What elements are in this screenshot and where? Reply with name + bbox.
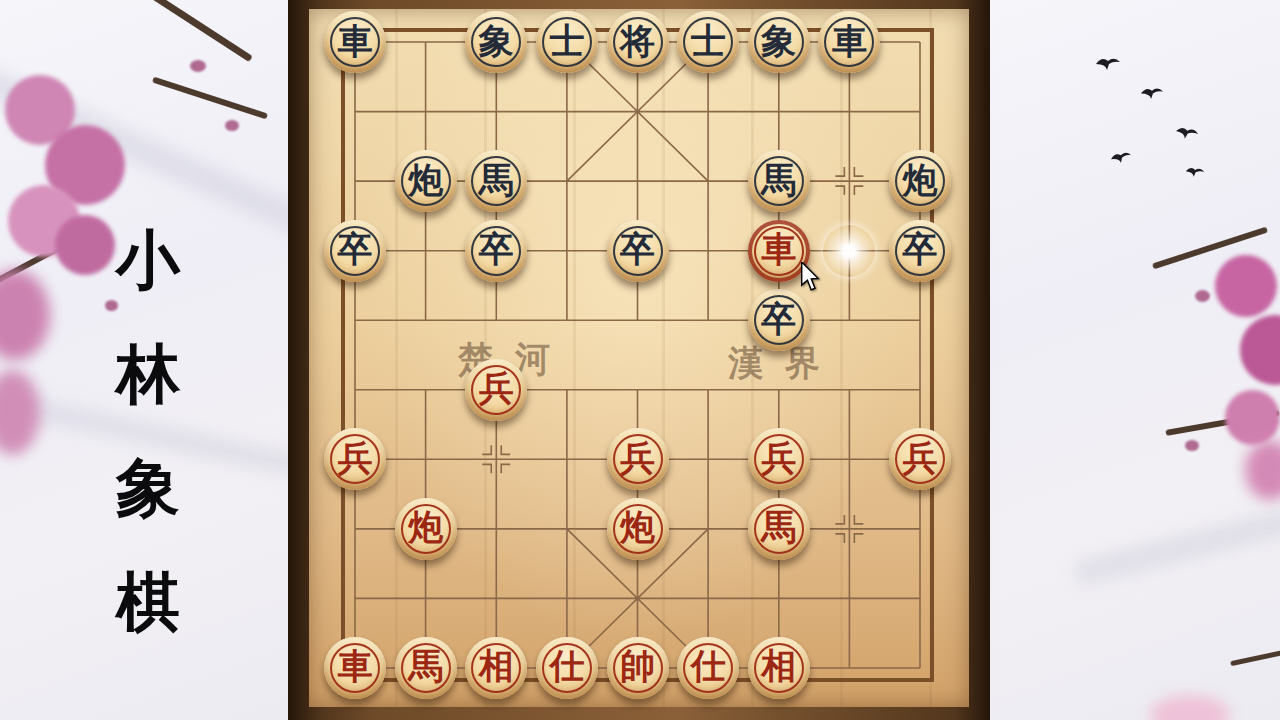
piece-glyph: 馬	[761, 504, 796, 551]
piece-red-soldier[interactable]: 兵	[748, 428, 810, 490]
piece-glyph: 相	[761, 643, 796, 690]
swallow-bird-icon	[1174, 123, 1201, 143]
piece-glyph: 車	[338, 18, 373, 65]
piece-red-soldier[interactable]: 兵	[465, 359, 527, 421]
piece-red-king[interactable]: 帥	[607, 637, 669, 699]
branch	[152, 77, 268, 120]
piece-glyph: 兵	[620, 435, 655, 482]
piece-glyph: 相	[479, 643, 514, 690]
piece-black-elephant[interactable]: 象	[748, 11, 810, 73]
right-decor-panel: 实 战 解 说	[990, 0, 1280, 720]
piece-black-chariot[interactable]: 車	[324, 11, 386, 73]
title-char: 棋	[116, 570, 180, 634]
piece-glyph: 車	[761, 226, 796, 273]
blossom-bud	[225, 120, 239, 131]
piece-glyph: 士	[691, 18, 726, 65]
piece-black-king[interactable]: 将	[607, 11, 669, 73]
blossom-bud	[1195, 290, 1210, 302]
piece-black-horse[interactable]: 馬	[465, 150, 527, 212]
piece-glyph: 卒	[338, 226, 373, 273]
piece-glyph: 将	[620, 18, 655, 65]
piece-glyph: 兵	[479, 365, 514, 412]
board-grid	[288, 0, 990, 720]
piece-glyph: 馬	[408, 643, 443, 690]
title-char: 小	[116, 228, 180, 292]
piece-red-cannon[interactable]: 炮	[607, 498, 669, 560]
piece-glyph: 車	[832, 18, 867, 65]
swallow-bird-icon	[1140, 85, 1164, 100]
piece-black-cannon[interactable]: 炮	[889, 150, 951, 212]
move-highlight-glow	[823, 225, 875, 277]
piece-black-soldier[interactable]: 卒	[324, 220, 386, 282]
piece-glyph: 炮	[903, 157, 938, 204]
blurred-branch-streak	[1073, 477, 1280, 585]
piece-glyph: 馬	[761, 157, 796, 204]
blossom-flower	[1240, 315, 1280, 385]
blossom-flower	[55, 215, 115, 275]
swallow-bird-icon	[1095, 55, 1121, 71]
piece-glyph: 象	[479, 18, 514, 65]
piece-glyph: 炮	[620, 504, 655, 551]
piece-red-chariot[interactable]: 車	[324, 637, 386, 699]
blossom-flower	[1245, 440, 1280, 500]
swallow-bird-icon	[1109, 149, 1133, 166]
screen: 小 林 象 棋 实 战 解 说	[0, 0, 1280, 720]
piece-black-soldier[interactable]: 卒	[465, 220, 527, 282]
blossom-flower	[1150, 695, 1230, 720]
piece-red-advisor[interactable]: 仕	[536, 637, 598, 699]
title-char: 象	[116, 456, 180, 520]
blossom-bud	[190, 60, 206, 72]
piece-red-elephant[interactable]: 相	[465, 637, 527, 699]
left-title: 小 林 象 棋	[115, 228, 181, 634]
piece-glyph: 兵	[903, 435, 938, 482]
piece-red-elephant[interactable]: 相	[748, 637, 810, 699]
blossom-flower	[1215, 255, 1277, 317]
piece-red-soldier[interactable]: 兵	[324, 428, 386, 490]
piece-black-soldier[interactable]: 卒	[607, 220, 669, 282]
piece-red-advisor[interactable]: 仕	[677, 637, 739, 699]
title-char: 林	[116, 342, 180, 406]
piece-black-advisor[interactable]: 士	[536, 11, 598, 73]
piece-black-elephant[interactable]: 象	[465, 11, 527, 73]
piece-glyph: 帥	[620, 643, 655, 690]
piece-glyph: 仕	[691, 643, 726, 690]
piece-red-cannon[interactable]: 炮	[395, 498, 457, 560]
mouse-cursor	[800, 262, 822, 292]
piece-red-horse[interactable]: 馬	[748, 498, 810, 560]
piece-black-soldier[interactable]: 卒	[748, 289, 810, 351]
piece-glyph: 炮	[408, 504, 443, 551]
piece-red-soldier[interactable]: 兵	[607, 428, 669, 490]
blossom-bud	[1185, 440, 1199, 451]
branch	[1230, 649, 1280, 666]
piece-glyph: 卒	[620, 226, 655, 273]
piece-glyph: 兵	[338, 435, 373, 482]
piece-glyph: 象	[761, 18, 796, 65]
piece-glyph: 卒	[761, 296, 796, 343]
piece-glyph: 卒	[479, 226, 514, 273]
blossom-flower	[0, 370, 40, 455]
piece-glyph: 兵	[761, 435, 796, 482]
piece-glyph: 馬	[479, 157, 514, 204]
piece-red-horse[interactable]: 馬	[395, 637, 457, 699]
piece-black-cannon[interactable]: 炮	[395, 150, 457, 212]
piece-black-advisor[interactable]: 士	[677, 11, 739, 73]
piece-red-soldier[interactable]: 兵	[889, 428, 951, 490]
piece-black-soldier[interactable]: 卒	[889, 220, 951, 282]
piece-black-chariot[interactable]: 車	[818, 11, 880, 73]
piece-glyph: 仕	[549, 643, 584, 690]
left-decor-panel: 小 林 象 棋	[0, 0, 288, 720]
piece-black-horse[interactable]: 馬	[748, 150, 810, 212]
piece-glyph: 卒	[903, 226, 938, 273]
piece-glyph: 炮	[408, 157, 443, 204]
piece-glyph: 車	[338, 643, 373, 690]
blossom-flower	[1225, 390, 1280, 445]
xiangqi-board: 楚河 漢界 車 象 士 将 士 象 車 炮 馬	[288, 0, 990, 720]
piece-glyph: 士	[549, 18, 584, 65]
branch	[102, 0, 253, 62]
swallow-bird-icon	[1184, 164, 1205, 179]
blossom-flower	[0, 270, 50, 360]
